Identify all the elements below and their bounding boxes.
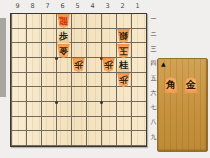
file-label-9: 9 [10, 2, 25, 11]
board-cell-9-9[interactable] [11, 131, 26, 146]
board-cell-2-6[interactable] [116, 87, 131, 102]
star-point [100, 57, 103, 60]
file-label-2: 2 [115, 2, 130, 11]
board-cell-3-1[interactable] [101, 14, 116, 29]
board-cell-2-1[interactable] [116, 14, 131, 29]
board-cell-5-5[interactable] [71, 73, 86, 88]
board-cell-7-2[interactable] [41, 29, 56, 44]
rank-label-3: 三 [149, 45, 158, 54]
board-cell-7-5[interactable] [41, 73, 56, 88]
board-cell-4-4[interactable] [86, 58, 101, 73]
board-cell-1-1[interactable] [131, 14, 146, 29]
board-cell-8-6[interactable] [26, 87, 41, 102]
board-cell-9-6[interactable] [11, 87, 26, 102]
file-label-5: 5 [70, 2, 85, 11]
board-cell-4-8[interactable] [86, 117, 101, 132]
board-cell-2-7[interactable] [116, 102, 131, 117]
board-cell-8-4[interactable] [26, 58, 41, 73]
board-cell-1-7[interactable] [131, 102, 146, 117]
board-cell-1-5[interactable] [131, 73, 146, 88]
file-label-3: 3 [100, 2, 115, 11]
board-cell-8-1[interactable] [26, 14, 41, 29]
left-edge-artifact [0, 18, 6, 97]
rank-label-2: 二 [149, 30, 158, 39]
board-cell-7-3[interactable] [41, 43, 56, 58]
board-cell-6-6[interactable] [56, 87, 71, 102]
board-cell-1-8[interactable] [131, 117, 146, 132]
board-cell-6-5[interactable] [56, 73, 71, 88]
board-cell-8-2[interactable] [26, 29, 41, 44]
board-cell-5-9[interactable] [71, 131, 86, 146]
board-cell-2-9[interactable] [116, 131, 131, 146]
star-point [55, 57, 58, 60]
board-cell-5-1[interactable] [71, 14, 86, 29]
board-cell-9-2[interactable] [11, 29, 26, 44]
board-cell-4-6[interactable] [86, 87, 101, 102]
board-cell-8-5[interactable] [26, 73, 41, 88]
board-cell-9-4[interactable] [11, 58, 26, 73]
board-cell-7-4[interactable] [41, 58, 56, 73]
shogi-board[interactable]: 龍歩金銀玉歩歩桂歩 [10, 13, 147, 147]
board-cell-1-6[interactable] [131, 87, 146, 102]
sente-mark-icon: ▲ [161, 60, 166, 67]
board-cell-1-9[interactable] [131, 131, 146, 146]
board-cell-4-1[interactable] [86, 14, 101, 29]
board-cell-7-8[interactable] [41, 117, 56, 132]
board-cell-4-3[interactable] [86, 43, 101, 58]
rank-label-1: 一 [149, 15, 158, 24]
komadai: ▲ 角金 [157, 58, 208, 152]
board-cell-6-9[interactable] [56, 131, 71, 146]
board-cell-5-6[interactable] [71, 87, 86, 102]
board-cell-5-7[interactable] [71, 102, 86, 117]
board-cell-4-2[interactable] [86, 29, 101, 44]
board-cell-3-2[interactable] [101, 29, 116, 44]
board-cell-4-7[interactable] [86, 102, 101, 117]
board-cell-9-1[interactable] [11, 14, 26, 29]
board-cell-3-3[interactable] [101, 43, 116, 58]
board-cell-7-9[interactable] [41, 131, 56, 146]
board-cell-2-8[interactable] [116, 117, 131, 132]
board-cell-4-9[interactable] [86, 131, 101, 146]
board-cell-9-5[interactable] [11, 73, 26, 88]
board-cell-9-3[interactable] [11, 43, 26, 58]
file-label-4: 4 [85, 2, 100, 11]
board-cell-1-3[interactable] [131, 43, 146, 58]
hand-piece-1[interactable]: 角 [164, 77, 178, 93]
board-cell-5-8[interactable] [71, 117, 86, 132]
board-cell-8-9[interactable] [26, 131, 41, 146]
board-cell-1-4[interactable] [131, 58, 146, 73]
star-point [55, 101, 58, 104]
file-label-7: 7 [40, 2, 55, 11]
star-point [100, 101, 103, 104]
board-cell-6-4[interactable] [56, 58, 71, 73]
shogi-tsume-widget: 987654321 一二三四五六七八九 龍歩金銀玉歩歩桂歩 ▲ 角金 [0, 0, 210, 158]
board-cell-3-6[interactable] [101, 87, 116, 102]
board-cell-1-2[interactable] [131, 29, 146, 44]
board-cell-3-5[interactable] [101, 73, 116, 88]
board-cell-5-3[interactable] [71, 43, 86, 58]
board-cell-7-6[interactable] [41, 87, 56, 102]
board-cell-6-8[interactable] [56, 117, 71, 132]
file-label-1: 1 [130, 2, 145, 11]
board-cell-6-7[interactable] [56, 102, 71, 117]
board-cell-3-7[interactable] [101, 102, 116, 117]
board-cell-7-1[interactable] [41, 14, 56, 29]
file-label-6: 6 [55, 2, 70, 11]
board-cell-8-8[interactable] [26, 117, 41, 132]
file-label-8: 8 [25, 2, 40, 11]
board-cell-9-8[interactable] [11, 117, 26, 132]
hand-piece-2[interactable]: 金 [184, 77, 198, 93]
board-cell-3-8[interactable] [101, 117, 116, 132]
board-cell-8-3[interactable] [26, 43, 41, 58]
board-cell-7-7[interactable] [41, 102, 56, 117]
board-cell-9-7[interactable] [11, 102, 26, 117]
board-cell-3-9[interactable] [101, 131, 116, 146]
board-cell-5-2[interactable] [71, 29, 86, 44]
board-cell-8-7[interactable] [26, 102, 41, 117]
board-cell-4-5[interactable] [86, 73, 101, 88]
